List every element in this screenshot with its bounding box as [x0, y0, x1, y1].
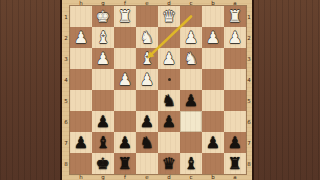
square-a3[interactable] — [224, 48, 246, 69]
square-h4[interactable] — [70, 69, 92, 90]
square-f4[interactable]: ♟ — [114, 69, 136, 90]
white-pawn-e4[interactable]: ♟ — [140, 72, 154, 88]
square-g7[interactable]: ♝ — [92, 132, 114, 153]
square-f3[interactable] — [114, 48, 136, 69]
square-b7[interactable]: ♟ — [202, 132, 224, 153]
file-label-e: e — [136, 174, 158, 180]
square-a5[interactable] — [224, 90, 246, 111]
white-pawn-d3[interactable]: ♟ — [162, 51, 176, 67]
file-label-h: h — [70, 174, 92, 180]
white-king-g1[interactable]: ♚ — [96, 9, 110, 25]
black-pawn-a7[interactable]: ♟ — [228, 135, 242, 151]
rank-label-6: 6 — [246, 111, 252, 132]
rank-label-1: 1 — [62, 6, 70, 27]
rank-labels-left: 12345678 — [62, 6, 70, 174]
square-a6[interactable] — [224, 111, 246, 132]
square-a8[interactable]: ♜ — [224, 153, 246, 174]
square-h7[interactable]: ♟ — [70, 132, 92, 153]
rank-label-7: 7 — [246, 132, 252, 153]
black-queen-d8[interactable]: ♛ — [162, 156, 176, 172]
square-d2[interactable] — [158, 27, 180, 48]
square-f7[interactable]: ♟ — [114, 132, 136, 153]
square-b3[interactable] — [202, 48, 224, 69]
file-labels-bottom: hgfedcba — [70, 174, 246, 180]
rank-label-3: 3 — [62, 48, 70, 69]
square-g8[interactable]: ♚ — [92, 153, 114, 174]
square-f6[interactable] — [114, 111, 136, 132]
square-e7[interactable]: ♞ — [136, 132, 158, 153]
square-c3[interactable]: ♞ — [180, 48, 202, 69]
rank-label-3: 3 — [246, 48, 252, 69]
black-bishop-g7[interactable]: ♝ — [96, 135, 110, 151]
square-a1[interactable]: ♜ — [224, 6, 246, 27]
black-pawn-f7[interactable]: ♟ — [118, 135, 132, 151]
square-b1[interactable] — [202, 6, 224, 27]
square-c7[interactable] — [180, 132, 202, 153]
black-pawn-b7[interactable]: ♟ — [206, 135, 220, 151]
square-h6[interactable] — [70, 111, 92, 132]
square-c8[interactable]: ♝ — [180, 153, 202, 174]
rank-label-2: 2 — [62, 27, 70, 48]
square-g3[interactable]: ♟ — [92, 48, 114, 69]
board-squares: ♚♜♛♜♟♝♞♟♟♟♟♝♟♞♟♟♞♟♟♟♟♟♝♟♞♟♟♚♜♛♝♜ — [70, 6, 246, 174]
square-d5[interactable]: ♞ — [158, 90, 180, 111]
square-h1[interactable] — [70, 6, 92, 27]
rank-label-1: 1 — [246, 6, 252, 27]
rank-label-5: 5 — [62, 90, 70, 111]
square-b8[interactable] — [202, 153, 224, 174]
square-d6[interactable]: ♟ — [158, 111, 180, 132]
black-pawn-d6[interactable]: ♟ — [162, 114, 176, 130]
file-label-g: g — [92, 174, 114, 180]
black-rook-f8[interactable]: ♜ — [118, 156, 132, 172]
rank-label-2: 2 — [246, 27, 252, 48]
square-h8[interactable] — [70, 153, 92, 174]
white-pawn-b2[interactable]: ♟ — [206, 30, 220, 46]
file-label-f: f — [114, 174, 136, 180]
wood-background: hgfedcba hgfedcba 12345678 12345678 ♚♜♛♜… — [0, 0, 320, 180]
file-label-b: b — [202, 174, 224, 180]
white-pawn-c2[interactable]: ♟ — [184, 30, 198, 46]
rank-label-8: 8 — [246, 153, 252, 174]
square-a7[interactable]: ♟ — [224, 132, 246, 153]
white-knight-c3[interactable]: ♞ — [184, 51, 198, 67]
rank-label-5: 5 — [246, 90, 252, 111]
square-d4[interactable] — [158, 69, 180, 90]
white-bishop-g2[interactable]: ♝ — [96, 30, 110, 46]
square-d8[interactable]: ♛ — [158, 153, 180, 174]
square-f1[interactable]: ♜ — [114, 6, 136, 27]
black-king-g8[interactable]: ♚ — [96, 156, 110, 172]
square-c4[interactable] — [180, 69, 202, 90]
square-h5[interactable] — [70, 90, 92, 111]
square-g2[interactable]: ♝ — [92, 27, 114, 48]
square-c5[interactable]: ♟ — [180, 90, 202, 111]
black-knight-e7[interactable]: ♞ — [140, 135, 154, 151]
square-h3[interactable] — [70, 48, 92, 69]
chess-board: hgfedcba hgfedcba 12345678 12345678 ♚♜♛♜… — [60, 0, 254, 180]
white-bishop-e3[interactable]: ♝ — [140, 51, 154, 67]
white-queen-d1[interactable]: ♛ — [162, 9, 176, 25]
square-a4[interactable] — [224, 69, 246, 90]
square-f2[interactable] — [114, 27, 136, 48]
square-g4[interactable] — [92, 69, 114, 90]
black-pawn-c5[interactable]: ♟ — [184, 93, 198, 109]
marker-dot-d4 — [168, 78, 171, 81]
square-b4[interactable] — [202, 69, 224, 90]
square-a2[interactable]: ♟ — [224, 27, 246, 48]
square-f5[interactable] — [114, 90, 136, 111]
square-d3[interactable]: ♟ — [158, 48, 180, 69]
file-label-a: a — [224, 174, 246, 180]
square-g5[interactable] — [92, 90, 114, 111]
white-rook-f1[interactable]: ♜ — [118, 9, 132, 25]
file-label-c: c — [180, 174, 202, 180]
square-b6[interactable] — [202, 111, 224, 132]
square-d7[interactable] — [158, 132, 180, 153]
white-pawn-f4[interactable]: ♟ — [118, 72, 132, 88]
white-knight-e2[interactable]: ♞ — [140, 30, 154, 46]
black-pawn-h7[interactable]: ♟ — [74, 135, 88, 151]
rank-label-8: 8 — [62, 153, 70, 174]
file-label-d: d — [158, 174, 180, 180]
black-pawn-g6[interactable]: ♟ — [96, 114, 110, 130]
white-rook-a1[interactable]: ♜ — [228, 9, 242, 25]
white-pawn-a2[interactable]: ♟ — [228, 30, 242, 46]
square-c2[interactable]: ♟ — [180, 27, 202, 48]
black-rook-a8[interactable]: ♜ — [228, 156, 242, 172]
square-g1[interactable]: ♚ — [92, 6, 114, 27]
rank-label-4: 4 — [246, 69, 252, 90]
square-c6[interactable] — [180, 111, 202, 132]
black-knight-d5[interactable]: ♞ — [162, 93, 176, 109]
square-e4[interactable]: ♟ — [136, 69, 158, 90]
rank-labels-right: 12345678 — [246, 6, 252, 174]
square-e6[interactable]: ♟ — [136, 111, 158, 132]
square-e8[interactable] — [136, 153, 158, 174]
square-c1[interactable] — [180, 6, 202, 27]
square-g6[interactable]: ♟ — [92, 111, 114, 132]
square-e1[interactable] — [136, 6, 158, 27]
square-e3[interactable]: ♝ — [136, 48, 158, 69]
square-d1[interactable]: ♛ — [158, 6, 180, 27]
black-bishop-c8[interactable]: ♝ — [184, 156, 198, 172]
white-pawn-h2[interactable]: ♟ — [74, 30, 88, 46]
square-e2[interactable]: ♞ — [136, 27, 158, 48]
square-f8[interactable]: ♜ — [114, 153, 136, 174]
black-pawn-e6[interactable]: ♟ — [140, 114, 154, 130]
rank-label-4: 4 — [62, 69, 70, 90]
square-e5[interactable] — [136, 90, 158, 111]
white-pawn-g3[interactable]: ♟ — [96, 51, 110, 67]
rank-label-7: 7 — [62, 132, 70, 153]
square-b5[interactable] — [202, 90, 224, 111]
square-b2[interactable]: ♟ — [202, 27, 224, 48]
rank-label-6: 6 — [62, 111, 70, 132]
square-h2[interactable]: ♟ — [70, 27, 92, 48]
